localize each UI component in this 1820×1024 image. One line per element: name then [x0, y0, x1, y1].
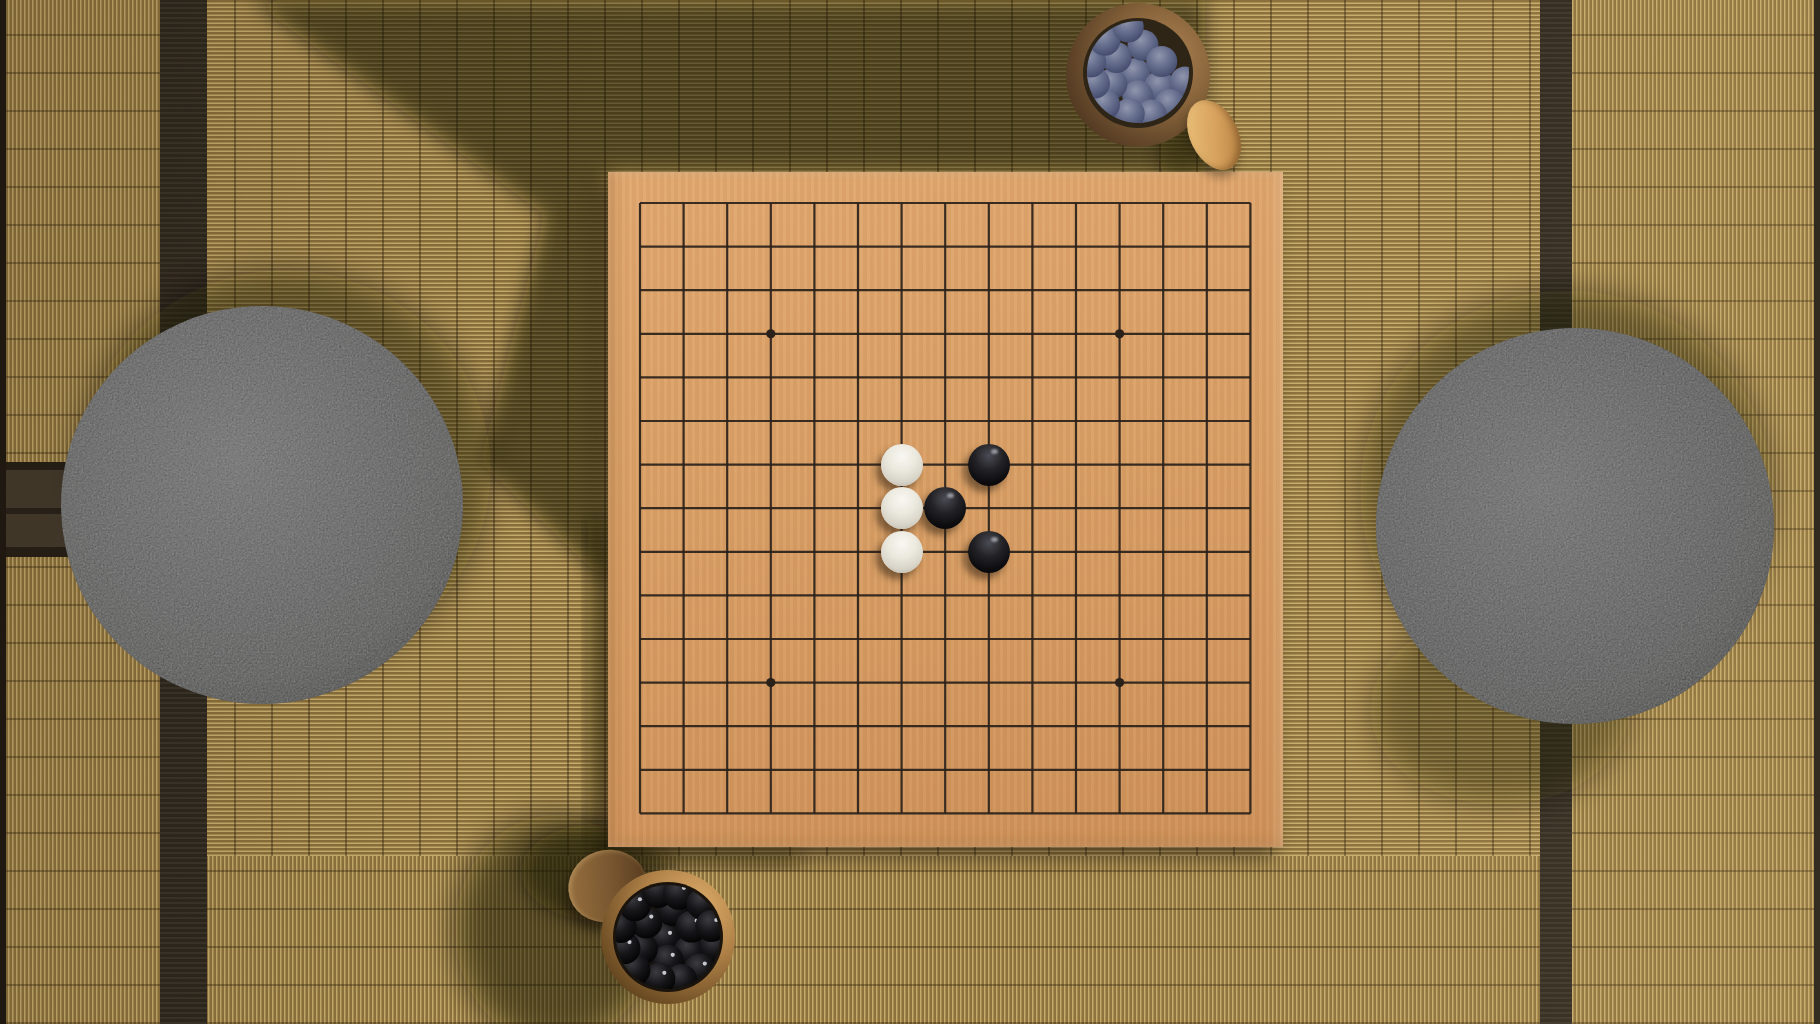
stone-white[interactable]: [881, 444, 923, 486]
stone-highlight: [649, 914, 653, 918]
stone-highlight: [703, 961, 707, 965]
cushion-right-texture: [1370, 322, 1790, 738]
stone-black[interactable]: [968, 444, 1010, 486]
stone-highlight: [671, 953, 675, 957]
bowl-stone: [1146, 46, 1177, 77]
stones-layer: [608, 172, 1283, 847]
stone-white[interactable]: [881, 531, 923, 573]
stone-highlight: [638, 897, 642, 901]
cushion-right: [1370, 322, 1790, 738]
cushion-left: [47, 295, 477, 719]
tatami-mat-center-bottom: [160, 856, 1572, 1024]
stone-bowl-bottom[interactable]: [581, 848, 761, 1024]
stone-highlight: [668, 931, 672, 935]
stone-black[interactable]: [968, 531, 1010, 573]
tatami-edge-left: [0, 0, 6, 1024]
stone-white[interactable]: [881, 487, 923, 529]
go-board[interactable]: [608, 172, 1283, 847]
stone-highlight: [662, 971, 666, 975]
scene: [0, 0, 1820, 1024]
tatami-edge-right: [1814, 0, 1820, 1024]
cushion-left-texture: [47, 295, 477, 719]
stone-black[interactable]: [924, 487, 966, 529]
